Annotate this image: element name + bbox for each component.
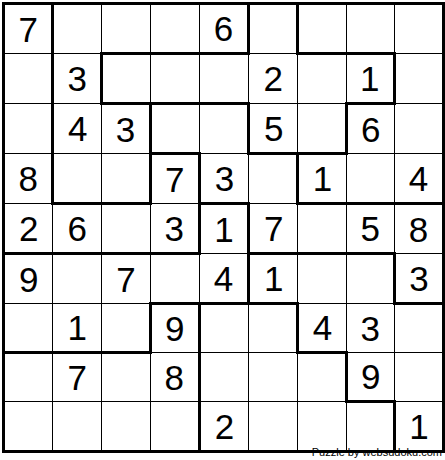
cell-r8c9[interactable] [394,353,443,402]
cell-r3c7[interactable] [298,104,346,154]
cell-r2c5[interactable] [199,54,248,104]
cell-r5c6[interactable]: 7 [249,204,298,254]
cell-r5c2[interactable]: 6 [53,204,102,254]
cell-r2c1[interactable] [4,54,53,104]
cell-r2c9[interactable] [394,54,443,104]
cell-r9c6[interactable] [249,402,298,452]
cell-r2c3[interactable] [102,54,150,104]
cell-r8c8[interactable]: 9 [346,353,394,402]
cell-r6c6[interactable]: 1 [249,254,298,304]
cell-r2c7[interactable] [298,54,346,104]
cell-r8c1[interactable] [4,353,53,402]
cell-r7c5[interactable] [199,304,248,353]
cell-r8c4[interactable]: 8 [150,353,199,402]
cell-r3c4[interactable] [150,104,199,154]
cell-r4c5[interactable]: 3 [199,154,248,204]
puzzle-credit: Puzzle by websudoku.com [312,446,442,458]
page: 76321435687314263175897413194378921 Puzz… [0,0,445,460]
board-row-2: 321 [4,54,444,104]
cell-r1c6[interactable] [249,4,298,54]
sudoku-grid: 76321435687314263175897413194378921 [2,2,445,453]
cell-r5c1[interactable]: 2 [4,204,53,254]
cell-r1c7[interactable] [298,4,346,54]
cell-r5c7[interactable] [298,204,346,254]
cell-r9c3[interactable] [102,402,150,452]
cell-r5c9[interactable]: 8 [394,204,443,254]
board-row-3: 4356 [4,104,444,154]
cell-r8c7[interactable] [298,353,346,402]
cell-r6c4[interactable] [150,254,199,304]
board-row-5: 2631758 [4,204,444,254]
cell-r7c9[interactable] [394,304,443,353]
cell-r7c4[interactable]: 9 [150,304,199,353]
cell-r1c3[interactable] [102,4,150,54]
cell-r8c6[interactable] [249,353,298,402]
cell-r2c6[interactable]: 2 [249,54,298,104]
cell-r7c8[interactable]: 3 [346,304,394,353]
cell-r1c4[interactable] [150,4,199,54]
cell-r6c3[interactable]: 7 [102,254,150,304]
cell-r9c4[interactable] [150,402,199,452]
cell-r4c7[interactable]: 1 [298,154,346,204]
cell-r4c8[interactable] [346,154,394,204]
board-row-9: 21 [4,402,444,452]
cell-r9c5[interactable]: 2 [199,402,248,452]
cell-r3c5[interactable] [199,104,248,154]
cell-r6c8[interactable] [346,254,394,304]
cell-r3c6[interactable]: 5 [249,104,298,154]
cell-r9c8[interactable] [346,402,394,452]
cell-r1c8[interactable] [346,4,394,54]
cell-r4c6[interactable] [249,154,298,204]
cell-r3c9[interactable] [394,104,443,154]
board-row-7: 1943 [4,304,444,353]
cell-r1c1[interactable]: 7 [4,4,53,54]
cell-r3c8[interactable]: 6 [346,104,394,154]
cell-r7c1[interactable] [4,304,53,353]
cell-r8c5[interactable] [199,353,248,402]
cell-r4c1[interactable]: 8 [4,154,53,204]
cell-r7c2[interactable]: 1 [53,304,102,353]
board-row-4: 87314 [4,154,444,204]
cell-r8c3[interactable] [102,353,150,402]
cell-r7c6[interactable] [249,304,298,353]
cell-r3c2[interactable]: 4 [53,104,102,154]
board-row-8: 789 [4,353,444,402]
cell-r6c7[interactable] [298,254,346,304]
cell-r9c2[interactable] [53,402,102,452]
cell-r9c1[interactable] [4,402,53,452]
cell-r5c5[interactable]: 1 [199,204,248,254]
cell-r9c9[interactable]: 1 [394,402,443,452]
cell-r1c5[interactable]: 6 [199,4,248,54]
board-row-6: 97413 [4,254,444,304]
cell-r3c1[interactable] [4,104,53,154]
cell-r5c3[interactable] [102,204,150,254]
cell-r4c2[interactable] [53,154,102,204]
sudoku-board: 76321435687314263175897413194378921 [2,2,445,453]
board-row-1: 76 [4,4,444,54]
cell-r1c9[interactable] [394,4,443,54]
cell-r2c8[interactable]: 1 [346,54,394,104]
cell-r4c9[interactable]: 4 [394,154,443,204]
cell-r5c4[interactable]: 3 [150,204,199,254]
cell-r6c1[interactable]: 9 [4,254,53,304]
cell-r7c3[interactable] [102,304,150,353]
cell-r4c3[interactable] [102,154,150,204]
cell-r8c2[interactable]: 7 [53,353,102,402]
cell-r2c2[interactable]: 3 [53,54,102,104]
cell-r6c5[interactable]: 4 [199,254,248,304]
cell-r3c3[interactable]: 3 [102,104,150,154]
cell-r6c9[interactable]: 3 [394,254,443,304]
cell-r4c4[interactable]: 7 [150,154,199,204]
cell-r2c4[interactable] [150,54,199,104]
cell-r9c7[interactable] [298,402,346,452]
cell-r6c2[interactable] [53,254,102,304]
cell-r5c8[interactable]: 5 [346,204,394,254]
cell-r1c2[interactable] [53,4,102,54]
cell-r7c7[interactable]: 4 [298,304,346,353]
